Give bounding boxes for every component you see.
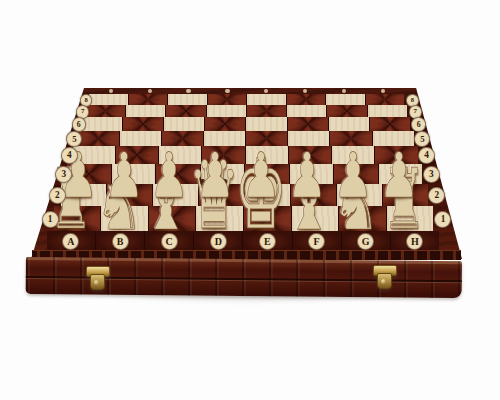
file-label-c: C [161, 233, 178, 250]
file-labels-band: ABCDEFGH [47, 231, 439, 252]
rank-label-right-3: 3 [423, 166, 440, 183]
clasp-right-icon[interactable] [371, 265, 397, 293]
square-d1[interactable] [196, 206, 243, 231]
board-rank-1 [54, 206, 434, 231]
square-a4[interactable] [73, 146, 115, 164]
square-h1[interactable] [387, 206, 434, 231]
square-b2[interactable] [107, 184, 152, 207]
square-h5[interactable] [373, 131, 414, 147]
square-c7[interactable] [166, 105, 205, 117]
rank-label-left-6: 6 [72, 117, 87, 132]
file-label-g: G [357, 233, 374, 250]
square-b4[interactable] [116, 146, 158, 164]
square-h2[interactable] [383, 184, 428, 207]
square-c8[interactable] [168, 94, 207, 105]
square-b5[interactable] [120, 131, 161, 147]
square-e4[interactable] [246, 146, 288, 164]
rank-label-right-6: 6 [411, 117, 426, 132]
square-f2[interactable] [291, 184, 336, 207]
square-f8[interactable] [287, 94, 326, 105]
square-a1[interactable] [54, 206, 101, 231]
board-rank-8 [89, 94, 404, 105]
board-rank-3 [67, 164, 422, 184]
square-c6[interactable] [164, 117, 204, 131]
board-rank-2 [61, 184, 428, 207]
square-d5[interactable] [204, 131, 245, 147]
chess-set-photo: ABCDEFGH ♜♞♝♛♚♝♞♜♟♟♟♟♟♟♟♟ 88776655443322… [0, 0, 500, 400]
square-e6[interactable] [246, 117, 286, 131]
square-d8[interactable] [208, 94, 247, 105]
file-label-h: H [406, 233, 423, 250]
square-g5[interactable] [330, 131, 371, 147]
far-file-dot-g [342, 89, 346, 93]
square-e7[interactable] [247, 105, 286, 117]
square-d4[interactable] [202, 146, 244, 164]
square-f6[interactable] [288, 117, 328, 131]
square-c5[interactable] [162, 131, 203, 147]
board-rank-7 [86, 105, 407, 117]
square-b8[interactable] [129, 94, 168, 105]
file-cell-e: E [243, 231, 291, 252]
square-c2[interactable] [153, 184, 198, 207]
file-cell-g: G [342, 231, 390, 252]
far-file-dot-h [381, 89, 385, 93]
square-g8[interactable] [326, 94, 365, 105]
file-cell-c: C [145, 231, 193, 252]
square-e3[interactable] [245, 164, 289, 184]
square-a7[interactable] [86, 105, 125, 117]
far-file-dot-a [109, 89, 113, 93]
square-b6[interactable] [123, 117, 163, 131]
square-h4[interactable] [375, 146, 417, 164]
square-b3[interactable] [112, 164, 156, 184]
square-c4[interactable] [159, 146, 201, 164]
square-b1[interactable] [101, 206, 148, 231]
far-file-dot-b [148, 89, 152, 93]
square-a6[interactable] [82, 117, 122, 131]
board-rank-6 [82, 117, 410, 131]
square-d3[interactable] [201, 164, 245, 184]
file-cell-h: H [391, 231, 439, 252]
square-f4[interactable] [289, 146, 331, 164]
file-cell-b: B [96, 231, 144, 252]
square-a2[interactable] [61, 184, 106, 207]
file-cell-d: D [194, 231, 242, 252]
square-g7[interactable] [327, 105, 366, 117]
square-a3[interactable] [67, 164, 111, 184]
square-e1[interactable] [244, 206, 291, 231]
square-h6[interactable] [370, 117, 410, 131]
file-label-d: D [210, 233, 227, 250]
far-file-dot-d [225, 89, 229, 93]
square-g6[interactable] [329, 117, 369, 131]
square-h3[interactable] [379, 164, 423, 184]
square-g4[interactable] [332, 146, 374, 164]
rank-label-left-2: 2 [49, 187, 66, 204]
square-d6[interactable] [205, 117, 245, 131]
file-cell-f: F [293, 231, 341, 252]
file-label-e: E [259, 233, 276, 250]
file-cell-a: A [47, 231, 95, 252]
square-g2[interactable] [337, 184, 382, 207]
square-c3[interactable] [156, 164, 200, 184]
rank-label-left-1: 1 [42, 211, 59, 228]
square-g3[interactable] [334, 164, 378, 184]
clasp-knob [381, 279, 386, 284]
square-h7[interactable] [368, 105, 407, 117]
file-label-f: F [308, 233, 325, 250]
square-e8[interactable] [247, 94, 286, 105]
square-d2[interactable] [199, 184, 244, 207]
square-h8[interactable] [366, 94, 405, 105]
square-e2[interactable] [245, 184, 290, 207]
square-b7[interactable] [126, 105, 165, 117]
square-a8[interactable] [89, 94, 128, 105]
square-c1[interactable] [149, 206, 196, 231]
clasp-left-icon[interactable] [84, 266, 110, 294]
file-label-b: B [112, 233, 129, 250]
square-g1[interactable] [339, 206, 386, 231]
square-f1[interactable] [292, 206, 339, 231]
far-file-dot-c [186, 89, 190, 93]
clasp-knob [94, 280, 99, 285]
square-a5[interactable] [78, 131, 119, 147]
file-label-a: A [62, 233, 79, 250]
square-d7[interactable] [207, 105, 246, 117]
board-rank-5 [78, 131, 414, 147]
square-f3[interactable] [290, 164, 334, 184]
board-rank-4 [73, 146, 418, 164]
square-e5[interactable] [246, 131, 287, 147]
square-f5[interactable] [288, 131, 329, 147]
square-f7[interactable] [287, 105, 326, 117]
